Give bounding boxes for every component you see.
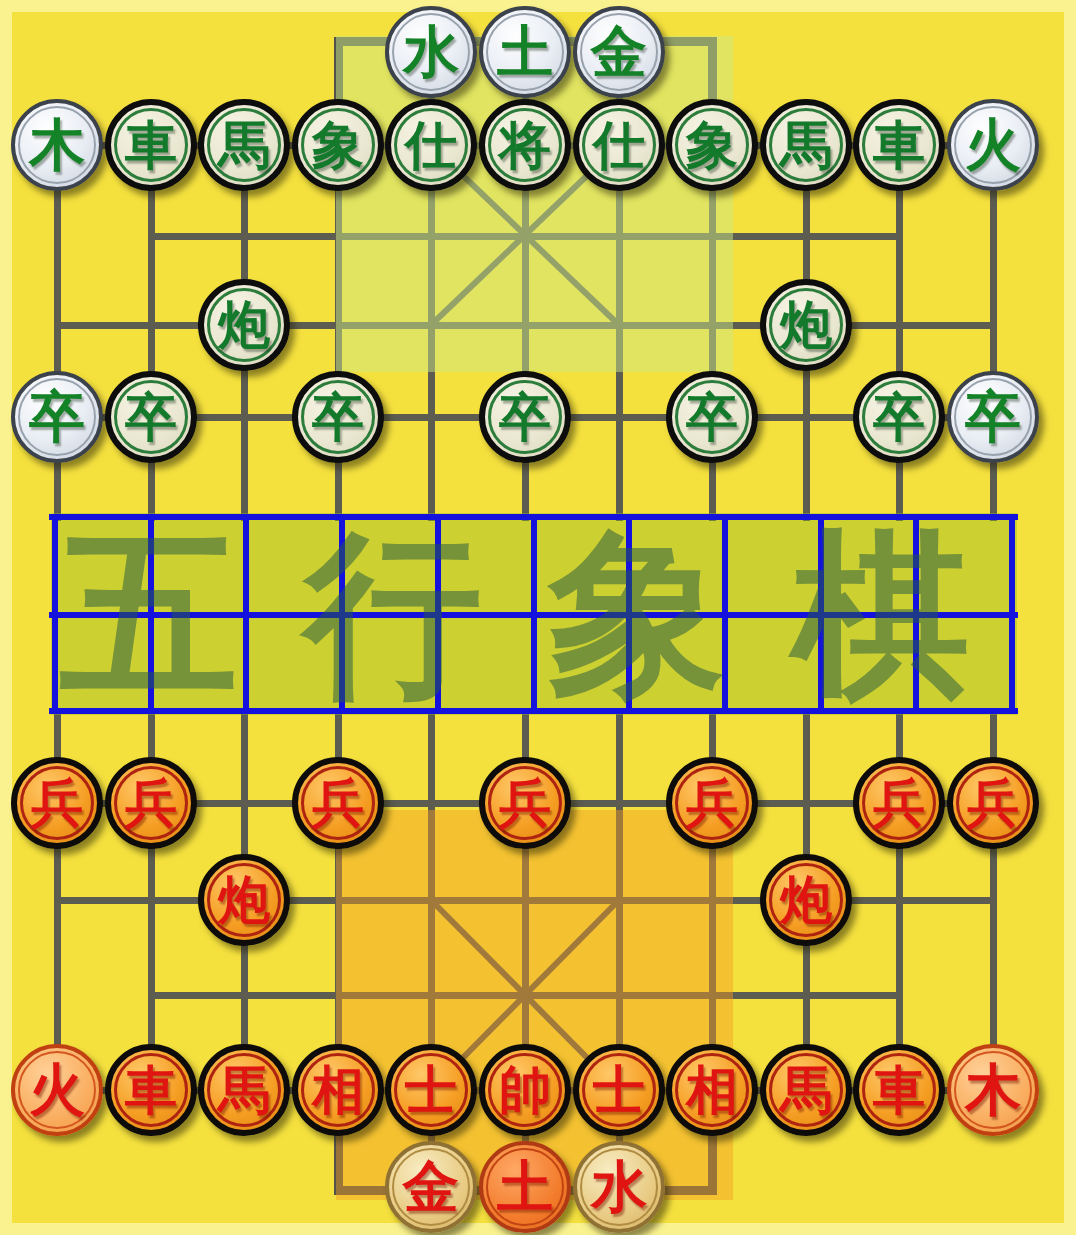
grid-line [148,514,154,714]
piece-red-chariot[interactable]: 車 [853,1044,945,1136]
grid-line [49,708,1018,714]
piece-red-cannon[interactable]: 炮 [198,854,290,946]
piece-red-fire[interactable]: 火 [11,1044,103,1136]
piece-red-water[interactable]: 水 [573,1141,665,1233]
piece-red-advisor[interactable]: 士 [573,1044,665,1136]
watermark-char: 五 [60,497,238,737]
piece-red-soldier[interactable]: 兵 [105,757,197,849]
grid-line [428,708,435,1094]
piece-glyph: 車 [114,108,188,182]
piece-glyph: 土 [486,1148,564,1226]
piece-green-chariot[interactable]: 車 [853,99,945,191]
piece-glyph: 卒 [862,380,936,454]
piece-red-soldier[interactable]: 兵 [479,757,571,849]
piece-red-wood[interactable]: 木 [947,1044,1039,1136]
piece-glyph: 木 [954,1051,1032,1129]
piece-glyph: 兵 [301,766,375,840]
grid-line [148,233,903,240]
piece-red-soldier[interactable]: 兵 [947,757,1039,849]
piece-glyph: 相 [301,1053,375,1127]
grid-line [339,514,345,714]
grid-line [626,514,632,714]
piece-red-soldier[interactable]: 兵 [292,757,384,849]
piece-glyph: 象 [301,108,375,182]
piece-glyph: 水 [580,1148,658,1226]
piece-green-elephant[interactable]: 象 [292,99,384,191]
piece-red-chariot[interactable]: 車 [105,1044,197,1136]
piece-red-horse[interactable]: 馬 [198,1044,290,1136]
grid-line [52,514,58,714]
piece-red-soldier[interactable]: 兵 [853,757,945,849]
piece-red-metal[interactable]: 金 [385,1141,477,1233]
piece-glyph: 炮 [769,288,843,362]
grid-line [435,514,441,714]
piece-red-elephant[interactable]: 相 [666,1044,758,1136]
grid-line [531,514,537,714]
piece-red-earth[interactable]: 土 [479,1141,571,1233]
grid-line [428,142,435,521]
grid-line [709,142,716,521]
piece-glyph: 車 [114,1053,188,1127]
grid-line [148,142,155,521]
grid-line [54,142,61,521]
piece-green-soldier[interactable]: 卒 [666,371,758,463]
piece-green-metal[interactable]: 金 [573,6,665,98]
piece-glyph: 兵 [675,766,749,840]
piece-glyph: 金 [392,1148,470,1226]
piece-green-elephant[interactable]: 象 [666,99,758,191]
piece-red-elephant[interactable]: 相 [292,1044,384,1136]
piece-glyph: 士 [394,1053,468,1127]
piece-glyph: 木 [18,106,96,184]
piece-red-cannon[interactable]: 炮 [760,854,852,946]
piece-green-cannon[interactable]: 炮 [760,279,852,371]
grid-line [818,514,824,714]
piece-glyph: 卒 [114,380,188,454]
piece-glyph: 馬 [207,108,281,182]
piece-green-general[interactable]: 将 [479,99,571,191]
piece-glyph: 金 [580,13,658,91]
piece-red-general[interactable]: 帥 [479,1044,571,1136]
piece-glyph: 火 [954,106,1032,184]
grid-line [1009,514,1015,714]
grid-line [616,142,623,521]
piece-green-horse[interactable]: 馬 [760,99,852,191]
grid-line [522,142,529,521]
piece-glyph: 卒 [18,378,96,456]
piece-green-earth[interactable]: 土 [479,6,571,98]
piece-green-fire[interactable]: 火 [947,99,1039,191]
watermark: 五行象棋 [60,522,970,712]
piece-green-soldier[interactable]: 卒 [105,371,197,463]
grid-line [49,612,1018,618]
piece-green-soldier[interactable]: 卒 [947,371,1039,463]
piece-green-soldier[interactable]: 卒 [11,371,103,463]
piece-glyph: 車 [862,1053,936,1127]
piece-red-advisor[interactable]: 士 [385,1044,477,1136]
piece-glyph: 炮 [769,863,843,937]
river [51,513,1017,715]
piece-glyph: 卒 [301,380,375,454]
piece-glyph: 馬 [769,1053,843,1127]
piece-green-cannon[interactable]: 炮 [198,279,290,371]
piece-glyph: 炮 [207,863,281,937]
xiangqi-board[interactable]: 五行象棋 水土金木車馬象仕将仕象馬車火炮炮卒卒卒卒卒卒卒兵兵兵兵兵兵兵炮炮火車馬… [0,0,1076,1235]
piece-green-wood[interactable]: 木 [11,99,103,191]
piece-glyph: 将 [488,108,562,182]
watermark-char: 象 [548,497,726,737]
piece-glyph: 馬 [207,1053,281,1127]
piece-glyph: 土 [486,13,564,91]
piece-glyph: 相 [675,1053,749,1127]
grid-line [49,514,1018,520]
piece-green-horse[interactable]: 馬 [198,99,290,191]
piece-green-chariot[interactable]: 車 [105,99,197,191]
piece-red-horse[interactable]: 馬 [760,1044,852,1136]
piece-green-advisor[interactable]: 仕 [385,99,477,191]
piece-red-soldier[interactable]: 兵 [11,757,103,849]
piece-glyph: 兵 [488,766,562,840]
grid-line [913,514,919,714]
grid-line [722,514,728,714]
piece-green-soldier[interactable]: 卒 [853,371,945,463]
grid-line [54,322,997,329]
piece-green-soldier[interactable]: 卒 [292,371,384,463]
piece-glyph: 兵 [862,766,936,840]
grid-line [148,992,903,999]
piece-glyph: 象 [675,108,749,182]
piece-glyph: 士 [582,1053,656,1127]
piece-glyph: 馬 [769,108,843,182]
piece-glyph: 卒 [488,380,562,454]
piece-glyph: 炮 [207,288,281,362]
piece-red-soldier[interactable]: 兵 [666,757,758,849]
piece-glyph: 車 [862,108,936,182]
grid-line [335,142,342,521]
piece-glyph: 水 [392,13,470,91]
piece-glyph: 帥 [488,1053,562,1127]
grid-line [243,514,249,714]
piece-glyph: 兵 [114,766,188,840]
piece-glyph: 兵 [20,766,94,840]
piece-green-water[interactable]: 水 [385,6,477,98]
piece-glyph: 兵 [956,766,1030,840]
grid-line [616,708,623,1094]
watermark-char: 棋 [792,497,970,737]
piece-glyph: 仕 [582,108,656,182]
watermark-char: 行 [304,497,482,737]
piece-glyph: 仕 [394,108,468,182]
grid-line [990,142,997,521]
piece-glyph: 卒 [954,378,1032,456]
piece-green-advisor[interactable]: 仕 [573,99,665,191]
grid-line [54,897,997,904]
piece-glyph: 卒 [675,380,749,454]
grid-line [896,142,903,521]
piece-green-soldier[interactable]: 卒 [479,371,571,463]
piece-glyph: 火 [18,1051,96,1129]
